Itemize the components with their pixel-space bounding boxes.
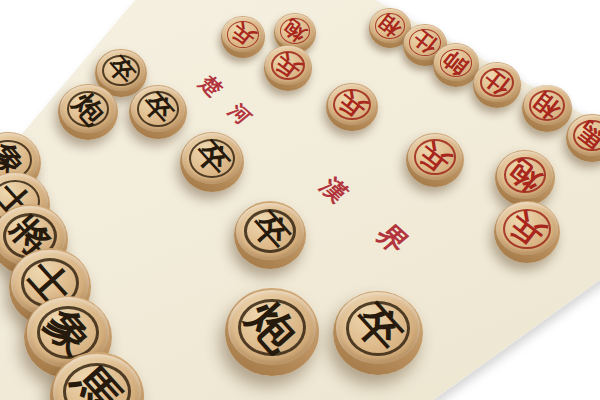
piece-face: 兵 xyxy=(265,46,310,84)
black-soldier-piece[interactable]: 卒 xyxy=(333,291,423,376)
black-cannon-piece[interactable]: 炮 xyxy=(58,84,118,140)
piece-character: 馬 xyxy=(574,118,600,154)
red-soldier-piece[interactable]: 兵 xyxy=(406,133,464,188)
black-soldier-piece[interactable]: 卒 xyxy=(129,85,187,140)
piece-face: 仕 xyxy=(474,63,519,101)
piece-face: 兵 xyxy=(496,202,558,255)
piece-face: 帥 xyxy=(434,44,477,81)
piece-face: 馬 xyxy=(568,115,600,157)
red-soldier-piece[interactable]: 兵 xyxy=(326,83,378,132)
red-elephant-piece[interactable]: 相 xyxy=(522,85,572,132)
piece-face: 炮 xyxy=(275,14,315,48)
red-advisor-piece[interactable]: 仕 xyxy=(473,62,521,107)
piece-face: 卒 xyxy=(236,203,304,261)
piece-face: 炮 xyxy=(60,85,116,133)
black-soldier-piece[interactable]: 卒 xyxy=(180,132,244,192)
piece-character: 炮 xyxy=(240,295,305,360)
piece-face: 炮 xyxy=(497,151,553,199)
red-soldier-piece[interactable]: 兵 xyxy=(221,16,265,57)
piece-face: 炮 xyxy=(228,290,316,365)
black-soldier-piece[interactable]: 卒 xyxy=(234,201,306,269)
red-soldier-piece[interactable]: 兵 xyxy=(494,201,560,263)
red-cannon-piece[interactable]: 炮 xyxy=(495,150,555,206)
red-general-piece[interactable]: 帥 xyxy=(433,43,479,86)
piece-face: 兵 xyxy=(408,134,463,180)
black-cannon-piece[interactable]: 炮 xyxy=(225,288,319,376)
red-soldier-piece[interactable]: 兵 xyxy=(264,45,312,90)
piece-face: 兵 xyxy=(222,17,263,52)
piece-face: 相 xyxy=(524,85,571,125)
piece-face: 卒 xyxy=(131,86,186,132)
piece-face: 卒 xyxy=(97,50,146,92)
piece-face: 兵 xyxy=(328,84,377,126)
piece-character: 馬 xyxy=(65,359,130,400)
piece-face: 卒 xyxy=(336,292,421,364)
xiangqi-photo-scene: 楚河漢界象士將士象馬炮炮卒卒卒卒卒兵兵兵兵兵炮炮相仕帥仕相馬 xyxy=(0,0,600,400)
piece-face: 卒 xyxy=(182,133,242,184)
